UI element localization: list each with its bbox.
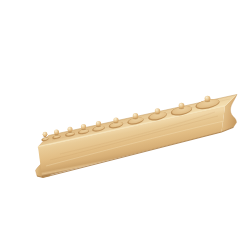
cylinder-knob xyxy=(68,127,73,132)
cylinder-knob xyxy=(113,117,118,122)
cylinder-block-illustration xyxy=(0,0,248,248)
cylinder-knob xyxy=(54,130,59,135)
cylinder-knob xyxy=(96,121,101,126)
cylinder-knob xyxy=(205,96,211,102)
cylinder-knob xyxy=(179,103,185,109)
cylinder-knob xyxy=(81,124,86,129)
block-front-face xyxy=(38,106,225,177)
block xyxy=(36,95,238,178)
product-photo xyxy=(0,0,248,248)
cylinder-knob xyxy=(155,108,160,113)
cylinder-knob xyxy=(133,113,138,118)
cylinder-knob xyxy=(43,132,48,137)
